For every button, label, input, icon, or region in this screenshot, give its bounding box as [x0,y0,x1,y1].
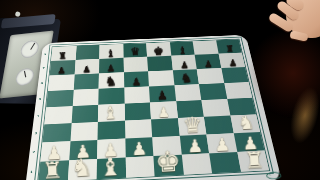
rank-label-2: 2 [32,150,35,154]
rank-label-8: 8 [44,52,46,55]
square-b8 [75,45,99,60]
photo-scene: ♜♝♛♚♝♜♟♟♟♟♟♟♞♟♞♟♝♟♛♞♟♟♟♟♟♟♟♜♞♝♚♜ < abcde… [0,0,320,180]
clock-dial-left [19,40,39,59]
square-e8: ♚ [146,42,171,57]
piece-white-pawn: ♟ [157,106,170,119]
rank-label-1: 1 [30,169,33,173]
piece-white-king: ♚ [155,148,182,176]
square-d4 [124,102,151,120]
square-g5 [199,83,227,100]
square-a7: ♟ [50,60,76,76]
square-d1 [125,156,154,178]
piece-black-knight: ♞ [180,73,192,85]
clock-dial-right [15,68,35,87]
piece-white-pawn: ♟ [186,137,203,154]
square-d6: ♟ [124,71,149,87]
square-e6 [148,70,174,86]
square-b3 [70,122,98,141]
square-a5 [46,90,73,107]
square-c4: ♝ [98,104,125,122]
square-a6 [48,75,74,92]
piece-white-rook: ♜ [42,159,63,180]
piece-black-pawn: ♟ [131,77,141,87]
square-a8: ♜ [51,46,76,61]
piece-white-bishop: ♝ [103,105,119,122]
square-h3: ♞ [230,114,260,133]
square-g3 [204,116,234,135]
square-d3 [125,119,153,138]
piece-black-king: ♚ [153,46,164,57]
player-hand [260,0,320,56]
piece-black-pawn: ♟ [82,65,91,74]
square-d7 [123,57,148,73]
square-e7 [147,56,172,71]
rank-label-3: 3 [35,131,38,135]
square-c1: ♝ [97,158,126,180]
square-e4: ♟ [150,101,177,119]
square-a4 [44,106,72,124]
brand-logo-icon: < [265,172,282,180]
square-e5: ♟ [149,85,176,102]
square-b6 [73,73,99,89]
piece-black-pawn: ♟ [228,59,237,68]
square-c3 [97,121,124,140]
square-f6: ♞ [172,69,199,85]
square-a3 [42,123,71,142]
piece-black-bishop: ♝ [106,49,115,59]
piece-white-rook: ♜ [243,149,265,171]
square-f8: ♝ [169,41,194,56]
piece-white-pawn: ♟ [131,140,148,158]
square-h6 [221,67,249,83]
square-g2: ♟ [206,133,236,153]
square-g6 [197,68,224,84]
square-f7: ♟ [171,55,197,70]
square-a1: ♜ [38,160,69,180]
square-h8: ♜ [216,39,242,54]
square-g8 [193,40,219,55]
square-g4 [201,99,230,117]
square-g7: ♟ [195,54,221,69]
piece-black-pawn: ♟ [157,91,168,103]
square-f1 [181,153,212,174]
square-c7: ♟ [99,58,124,74]
square-c8: ♝ [99,44,123,59]
square-d8: ♛ [123,43,147,58]
piece-white-queen: ♛ [182,115,202,136]
file-label-h: h [254,179,257,180]
piece-white-knight: ♞ [237,115,255,134]
rank-label-6: 6 [41,81,43,84]
square-h5 [224,82,252,99]
square-f2: ♟ [179,135,209,155]
piece-white-bishop: ♝ [99,154,122,179]
square-e3 [151,118,179,137]
chess-board: ♜♝♛♚♝♜♟♟♟♟♟♟♞♟♞♟♝♟♛♞♟♟♟♟♟♟♟♜♞♝♚♜ < abcde… [24,35,282,180]
square-h1: ♜ [237,151,269,172]
rank-label-4: 4 [37,114,39,118]
square-c6: ♞ [99,72,124,88]
piece-white-pawn: ♟ [214,136,231,153]
wood-highlight [285,84,320,147]
square-b4 [71,105,98,123]
square-g1 [209,152,240,173]
piece-black-queen: ♛ [130,47,140,58]
piece-black-pawn: ♟ [204,60,213,69]
square-e1: ♚ [153,155,183,176]
piece-black-rook: ♜ [225,45,234,54]
rank-label-5: 5 [39,97,41,100]
board-grid: ♜♝♛♚♝♜♟♟♟♟♟♟♞♟♞♟♝♟♛♞♟♟♟♟♟♟♟♜♞♝♚♜ [37,39,270,180]
board-mat: ♜♝♛♚♝♜♟♟♟♟♟♟♞♟♞♟♝♟♛♞♟♟♟♟♟♟♟♜♞♝♚♜ < abcde… [24,35,282,180]
square-h7: ♟ [218,53,245,68]
square-b7: ♟ [74,59,99,75]
piece-black-pawn: ♟ [57,66,66,75]
square-d2: ♟ [125,137,153,157]
square-b5 [72,89,98,106]
square-f5 [174,84,201,101]
piece-black-pawn: ♟ [180,61,189,70]
piece-black-rook: ♜ [59,52,68,61]
piece-white-knight: ♞ [70,157,93,180]
square-b1: ♞ [67,159,97,180]
piece-black-bishop: ♝ [178,46,187,56]
square-f3: ♛ [177,117,206,136]
rank-label-7: 7 [43,66,45,69]
piece-black-pawn: ♟ [107,64,116,73]
square-d5 [124,86,150,103]
clock-button [15,11,21,17]
piece-black-knight: ♞ [105,76,117,88]
